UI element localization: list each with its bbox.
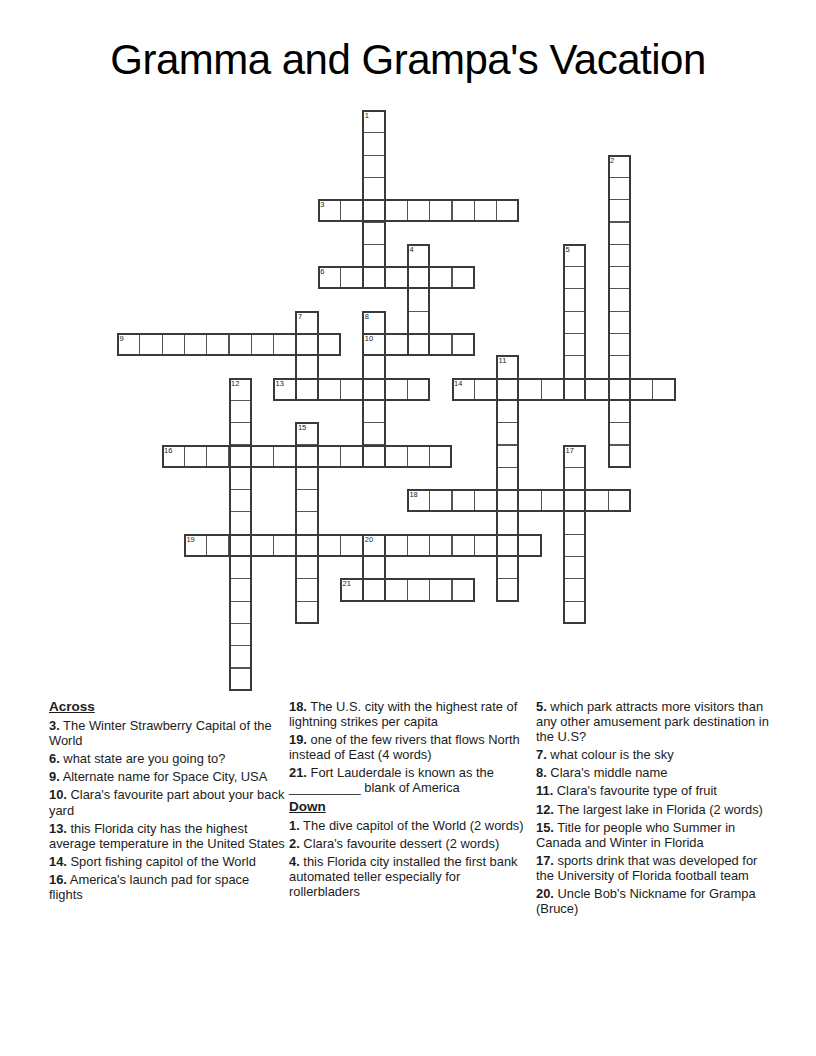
clue-down-17: 17. sports drink that was developed for … — [536, 853, 776, 883]
clue-across-6: 6. what state are you going to? — [49, 751, 285, 766]
grid-cell-r20c20[interactable] — [563, 556, 586, 579]
grid-cell-r19c6[interactable] — [251, 534, 274, 557]
grid-cell-r12c10[interactable] — [340, 378, 363, 401]
grid-cell-r17c8[interactable] — [295, 489, 318, 512]
clue-across-14: 14. Sport fishing capitol of the World — [49, 854, 285, 869]
grid-cell-r15c5[interactable] — [229, 445, 252, 468]
clue-across-10: 10. Clara's favourite part about your ba… — [49, 787, 285, 817]
grid-cell-r7c13[interactable] — [407, 266, 430, 289]
grid-cell-r20c5[interactable] — [229, 556, 252, 579]
grid-cell-r10c6[interactable] — [251, 333, 274, 356]
clue-column-down: 5. which park attracts more visitors tha… — [536, 699, 776, 919]
down-header: Down — [289, 799, 525, 814]
grid-cell-r21c5[interactable] — [229, 578, 252, 601]
grid-cell-r19c8[interactable] — [295, 534, 318, 557]
grid-cell-r4c13[interactable] — [407, 199, 430, 222]
grid-cell-r11c22[interactable] — [608, 355, 631, 378]
grid-cell-r10c2[interactable] — [162, 333, 185, 356]
grid-cell-r4c9[interactable] — [318, 199, 341, 222]
grid-cell-r17c15[interactable] — [452, 489, 475, 512]
grid-cell-r14c11[interactable] — [362, 422, 385, 445]
grid-cell-r16c5[interactable] — [229, 467, 252, 490]
grid-cell-r20c11[interactable] — [362, 556, 385, 579]
grid-cell-r7c10[interactable] — [340, 266, 363, 289]
grid-cell-r12c17[interactable] — [496, 378, 519, 401]
grid-cell-r15c7[interactable] — [273, 445, 296, 468]
grid-cell-r15c3[interactable] — [184, 445, 207, 468]
clue-column-across: Across3. The Winter Strawberry Capital o… — [49, 699, 285, 905]
grid-cell-r3c22[interactable] — [608, 177, 631, 200]
clue-down-5: 5. which park attracts more visitors tha… — [536, 699, 776, 744]
grid-cell-r4c11[interactable] — [362, 199, 385, 222]
grid-cell-r7c12[interactable] — [385, 266, 408, 289]
grid-cell-r16c8[interactable] — [295, 467, 318, 490]
grid-cell-r12c21[interactable] — [585, 378, 608, 401]
grid-cell-r19c11[interactable] — [362, 534, 385, 557]
grid-cell-r19c20[interactable] — [563, 534, 586, 557]
grid-cell-r10c20[interactable] — [563, 333, 586, 356]
grid-cell-r17c18[interactable] — [518, 489, 541, 512]
grid-cell-r20c8[interactable] — [295, 556, 318, 579]
page-title: Gramma and Grampa's Vacation — [0, 36, 816, 84]
grid-cell-r10c13[interactable] — [407, 333, 430, 356]
grid-cell-r15c17[interactable] — [496, 445, 519, 468]
grid-cell-r18c20[interactable] — [563, 511, 586, 534]
clue-down-8: 8. Clara's middle name — [536, 765, 776, 780]
grid-cell-r19c18[interactable] — [518, 534, 541, 557]
grid-cell-r14c5[interactable] — [229, 422, 252, 445]
grid-cell-r11c20[interactable] — [563, 355, 586, 378]
grid-cell-r15c14[interactable] — [429, 445, 452, 468]
clue-across-16: 16. America's launch pad for space fligh… — [49, 872, 285, 902]
grid-cell-r8c20[interactable] — [563, 288, 586, 311]
grid-cell-r12c20[interactable] — [563, 378, 586, 401]
grid-cell-r12c12[interactable] — [385, 378, 408, 401]
grid-cell-r7c15[interactable] — [452, 266, 475, 289]
grid-cell-r16c17[interactable] — [496, 467, 519, 490]
grid-cell-r17c17[interactable] — [496, 489, 519, 512]
grid-cell-r15c20[interactable] — [563, 445, 586, 468]
grid-cell-r15c22[interactable] — [608, 445, 631, 468]
grid-cell-r12c9[interactable] — [318, 378, 341, 401]
grid-cell-r13c5[interactable] — [229, 400, 252, 423]
grid-cell-r11c17[interactable] — [496, 355, 519, 378]
grid-cell-r9c11[interactable] — [362, 311, 385, 334]
grid-cell-r11c11[interactable] — [362, 355, 385, 378]
grid-cell-r23c5[interactable] — [229, 623, 252, 646]
grid-cell-r14c8[interactable] — [295, 422, 318, 445]
grid-cell-r21c12[interactable] — [385, 578, 408, 601]
grid-cell-r15c9[interactable] — [318, 445, 341, 468]
grid-cell-r8c13[interactable] — [407, 288, 430, 311]
grid-cell-r19c7[interactable] — [273, 534, 296, 557]
grid-cell-r6c11[interactable] — [362, 244, 385, 267]
grid-cell-r9c20[interactable] — [563, 311, 586, 334]
clue-across-18: 18. The U.S. city with the highest rate … — [289, 699, 525, 729]
grid-cell-r12c5[interactable] — [229, 378, 252, 401]
grid-cell-r12c8[interactable] — [295, 378, 318, 401]
grid-cell-r17c13[interactable] — [407, 489, 430, 512]
grid-cell-r17c20[interactable] — [563, 489, 586, 512]
grid-cell-r19c5[interactable] — [229, 534, 252, 557]
grid-cell-r19c13[interactable] — [407, 534, 430, 557]
grid-cell-r15c10[interactable] — [340, 445, 363, 468]
grid-cell-r17c14[interactable] — [429, 489, 452, 512]
grid-cell-r21c14[interactable] — [429, 578, 452, 601]
grid-cell-r6c13[interactable] — [407, 244, 430, 267]
clue-across-21: 21. Fort Lauderdale is known as the ____… — [289, 765, 525, 795]
grid-cell-r0c11[interactable] — [362, 110, 385, 133]
grid-cell-r4c14[interactable] — [429, 199, 452, 222]
clue-across-3: 3. The Winter Strawberry Capital of the … — [49, 718, 285, 748]
grid-cell-r18c17[interactable] — [496, 511, 519, 534]
grid-cell-r12c22[interactable] — [608, 378, 631, 401]
grid-cell-r10c15[interactable] — [452, 333, 475, 356]
grid-cell-r10c1[interactable] — [139, 333, 162, 356]
grid-cell-r9c22[interactable] — [608, 311, 631, 334]
clue-down-15: 15. Title for people who Summer in Canad… — [536, 820, 776, 850]
grid-cell-r22c20[interactable] — [563, 601, 586, 624]
grid-cell-r18c5[interactable] — [229, 511, 252, 534]
grid-cell-r19c14[interactable] — [429, 534, 452, 557]
grid-cell-r15c2[interactable] — [162, 445, 185, 468]
grid-cell-r7c14[interactable] — [429, 266, 452, 289]
grid-cell-r15c4[interactable] — [206, 445, 229, 468]
grid-cell-r17c19[interactable] — [541, 489, 564, 512]
grid-cell-r21c10[interactable] — [340, 578, 363, 601]
grid-cell-r17c21[interactable] — [585, 489, 608, 512]
across-header: Across — [49, 699, 285, 714]
grid-cell-r19c4[interactable] — [206, 534, 229, 557]
clue-down-12: 12. The largest lake in Florida (2 words… — [536, 802, 776, 817]
clue-down-1: 1. The dive capitol of the World (2 word… — [289, 818, 525, 833]
grid-cell-r22c8[interactable] — [295, 601, 318, 624]
grid-cell-r16c20[interactable] — [563, 467, 586, 490]
grid-cell-r2c22[interactable] — [608, 155, 631, 178]
grid-cell-r21c8[interactable] — [295, 578, 318, 601]
grid-cell-r10c12[interactable] — [385, 333, 408, 356]
grid-cell-r15c8[interactable] — [295, 445, 318, 468]
grid-cell-r12c15[interactable] — [452, 378, 475, 401]
grid-cell-r19c12[interactable] — [385, 534, 408, 557]
grid-cell-r10c7[interactable] — [273, 333, 296, 356]
grid-cell-r1c11[interactable] — [362, 132, 385, 155]
grid-cell-r19c9[interactable] — [318, 534, 341, 557]
grid-cell-r17c16[interactable] — [474, 489, 497, 512]
grid-cell-r7c20[interactable] — [563, 266, 586, 289]
grid-cell-r17c22[interactable] — [608, 489, 631, 512]
grid-cell-r10c11[interactable] — [362, 333, 385, 356]
grid-cell-r15c11[interactable] — [362, 445, 385, 468]
grid-cell-r9c8[interactable] — [295, 311, 318, 334]
grid-cell-r21c15[interactable] — [452, 578, 475, 601]
grid-cell-r19c3[interactable] — [184, 534, 207, 557]
grid-cell-r24c5[interactable] — [229, 645, 252, 668]
grid-cell-r10c0[interactable] — [117, 333, 140, 356]
grid-cell-r4c22[interactable] — [608, 199, 631, 222]
grid-cell-r10c22[interactable] — [608, 333, 631, 356]
grid-cell-r12c24[interactable] — [652, 378, 675, 401]
grid-cell-r17c5[interactable] — [229, 489, 252, 512]
grid-cell-r4c16[interactable] — [474, 199, 497, 222]
grid-cell-r22c5[interactable] — [229, 601, 252, 624]
grid-cell-r21c17[interactable] — [496, 578, 519, 601]
grid-cell-r20c17[interactable] — [496, 556, 519, 579]
grid-cell-r12c18[interactable] — [518, 378, 541, 401]
grid-cell-r6c22[interactable] — [608, 244, 631, 267]
grid-cell-r19c17[interactable] — [496, 534, 519, 557]
grid-cell-r12c16[interactable] — [474, 378, 497, 401]
grid-cell-r9c13[interactable] — [407, 311, 430, 334]
grid-cell-r7c11[interactable] — [362, 266, 385, 289]
grid-cell-r10c8[interactable] — [295, 333, 318, 356]
grid-cell-r19c16[interactable] — [474, 534, 497, 557]
clue-across-19: 19. one of the few rivers that flows Nor… — [289, 732, 525, 762]
grid-cell-r13c22[interactable] — [608, 400, 631, 423]
grid-cell-r19c10[interactable] — [340, 534, 363, 557]
grid-cell-r21c11[interactable] — [362, 578, 385, 601]
grid-cell-r15c12[interactable] — [385, 445, 408, 468]
grid-cell-r10c14[interactable] — [429, 333, 452, 356]
grid-cell-r10c4[interactable] — [206, 333, 229, 356]
grid-cell-r13c17[interactable] — [496, 400, 519, 423]
grid-cell-r12c19[interactable] — [541, 378, 564, 401]
clue-down-4: 4. this Florida city installed the first… — [289, 854, 525, 899]
grid-cell-r21c20[interactable] — [563, 578, 586, 601]
grid-cell-r4c12[interactable] — [385, 199, 408, 222]
grid-cell-r18c8[interactable] — [295, 511, 318, 534]
grid-cell-r12c11[interactable] — [362, 378, 385, 401]
grid-cell-r7c9[interactable] — [318, 266, 341, 289]
clue-down-11: 11. Clara's favourite type of fruit — [536, 783, 776, 798]
clue-across-13: 13. this Florida city has the highest av… — [49, 821, 285, 851]
grid-cell-r15c6[interactable] — [251, 445, 274, 468]
grid-cell-r7c22[interactable] — [608, 266, 631, 289]
grid-cell-r5c11[interactable] — [362, 222, 385, 245]
clue-down-20: 20. Uncle Bob's Nickname for Grampa (Bru… — [536, 886, 776, 916]
grid-cell-r14c17[interactable] — [496, 422, 519, 445]
grid-cell-r14c22[interactable] — [608, 422, 631, 445]
grid-cell-r19c15[interactable] — [452, 534, 475, 557]
grid-cell-r4c15[interactable] — [452, 199, 475, 222]
grid-cell-r6c20[interactable] — [563, 244, 586, 267]
grid-cell-r12c23[interactable] — [630, 378, 653, 401]
grid-cell-r21c13[interactable] — [407, 578, 430, 601]
grid-cell-r12c7[interactable] — [273, 378, 296, 401]
grid-cell-r3c11[interactable] — [362, 177, 385, 200]
crossword-grid: 369101314161819211245781112151720 — [117, 110, 677, 692]
grid-cell-r25c5[interactable] — [229, 668, 252, 691]
crossword-page: { "title": "Gramma and Grampa's Vacation… — [0, 0, 816, 1056]
clue-across-9: 9. Alternate name for Space City, USA — [49, 769, 285, 784]
clue-down-2: 2. Clara's favourite dessert (2 words) — [289, 836, 525, 851]
clue-column-middle: 18. The U.S. city with the highest rate … — [289, 699, 525, 902]
grid-cell-r10c9[interactable] — [318, 333, 341, 356]
grid-cell-r10c3[interactable] — [184, 333, 207, 356]
grid-cell-r10c5[interactable] — [229, 333, 252, 356]
clue-down-7: 7. what colour is the sky — [536, 747, 776, 762]
grid-cell-r4c17[interactable] — [496, 199, 519, 222]
grid-cell-r15c13[interactable] — [407, 445, 430, 468]
grid-cell-r4c10[interactable] — [340, 199, 363, 222]
grid-cell-r8c22[interactable] — [608, 288, 631, 311]
grid-cell-r12c13[interactable] — [407, 378, 430, 401]
grid-cell-r13c11[interactable] — [362, 400, 385, 423]
grid-cell-r2c11[interactable] — [362, 155, 385, 178]
grid-cell-r5c22[interactable] — [608, 222, 631, 245]
